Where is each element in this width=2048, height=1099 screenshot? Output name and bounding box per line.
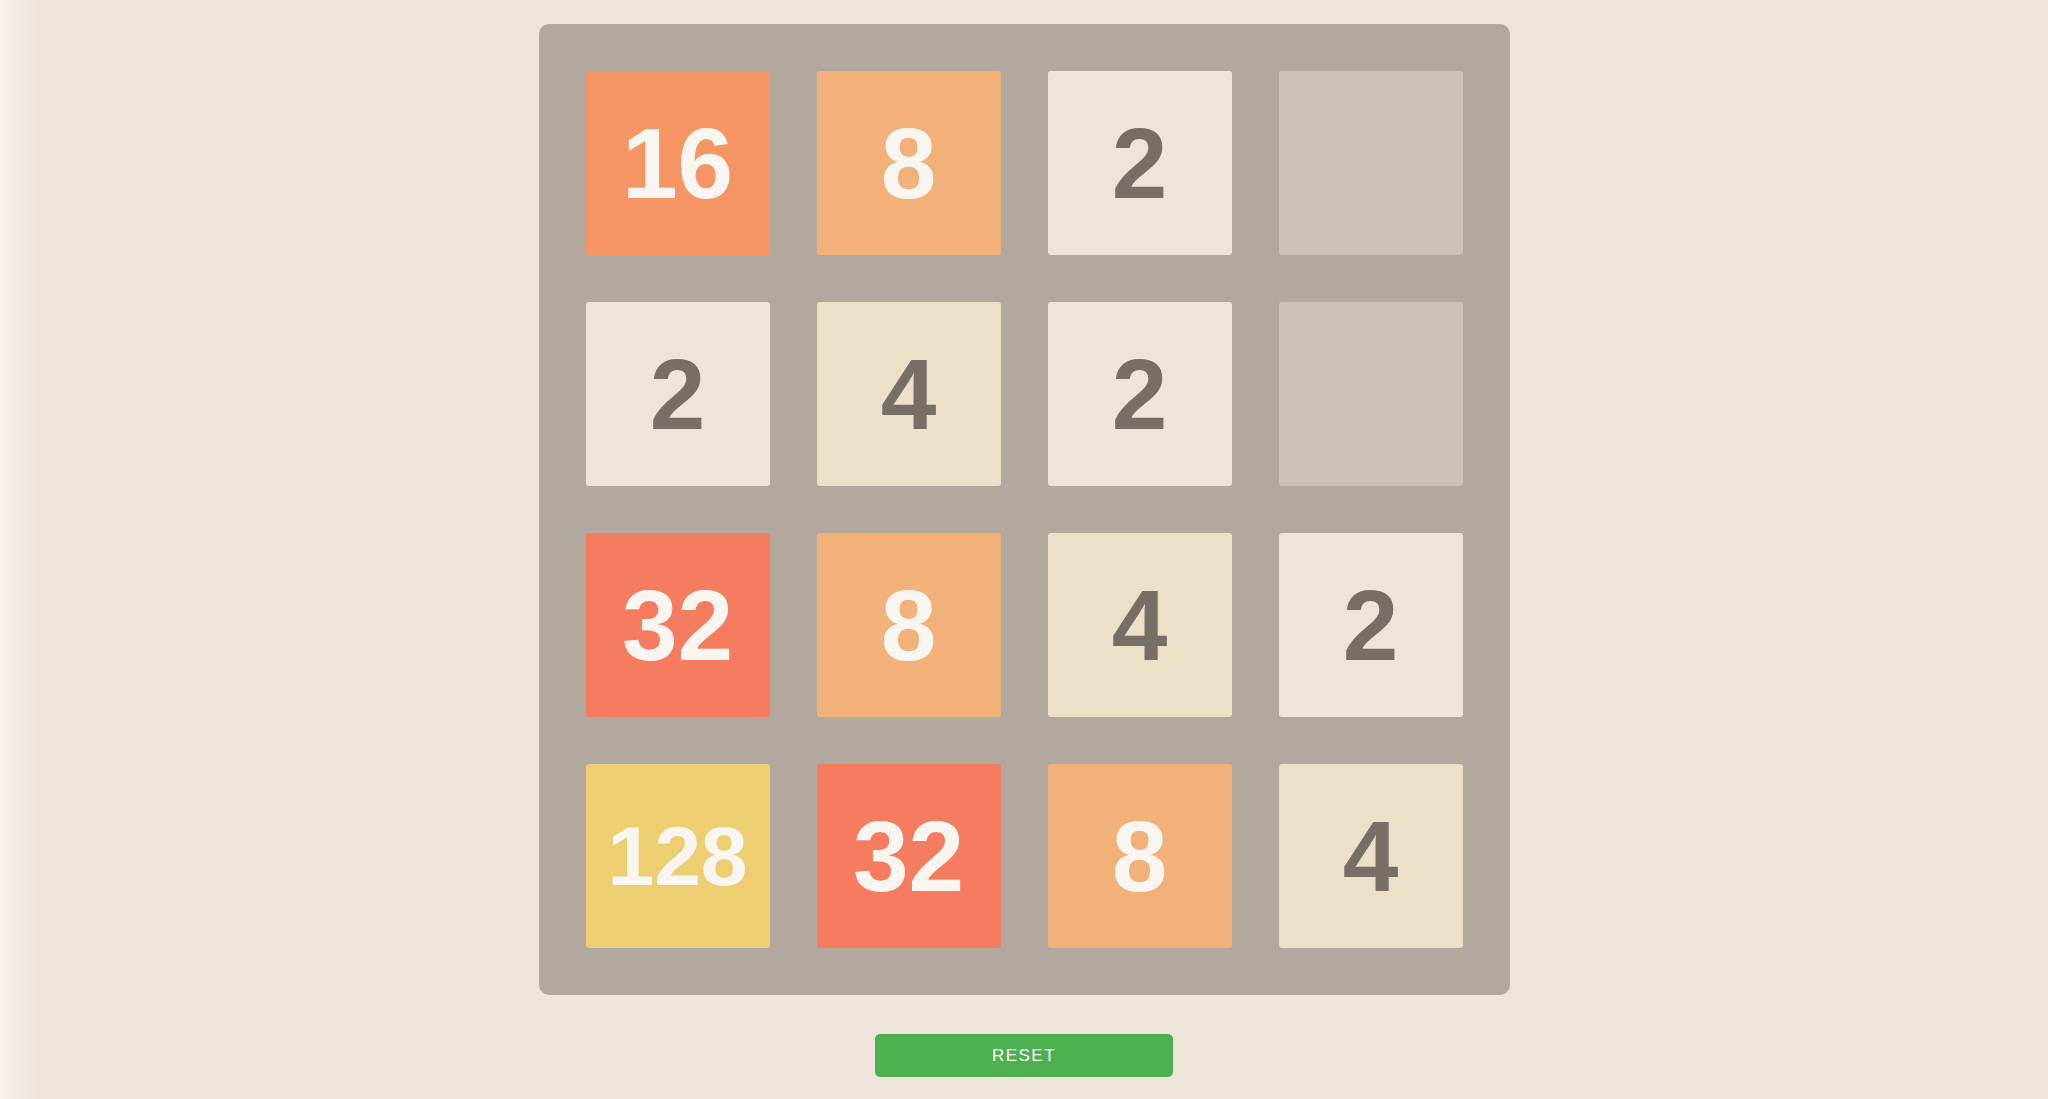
tile-32-r3c1: 32 bbox=[586, 533, 770, 717]
tile-8-r1c2: 8 bbox=[817, 71, 1001, 255]
tile-2-r3c4: 2 bbox=[1279, 533, 1463, 717]
tile-16-r1c1: 16 bbox=[586, 71, 770, 255]
tile-32-r4c2: 32 bbox=[817, 764, 1001, 948]
tile-128-r4c1: 128 bbox=[586, 764, 770, 948]
tile-2-r2c1: 2 bbox=[586, 302, 770, 486]
game-page: 1682242328421283284 RESET bbox=[0, 0, 2048, 1099]
tile-4-r3c3: 4 bbox=[1048, 533, 1232, 717]
empty-cell-r2c4 bbox=[1279, 302, 1463, 486]
empty-cell-r1c4 bbox=[1279, 71, 1463, 255]
tile-8-r3c2: 8 bbox=[817, 533, 1001, 717]
tile-4-r2c2: 4 bbox=[817, 302, 1001, 486]
tile-4-r4c4: 4 bbox=[1279, 764, 1463, 948]
tile-8-r4c3: 8 bbox=[1048, 764, 1232, 948]
2048-board[interactable]: 1682242328421283284 bbox=[539, 24, 1510, 995]
reset-button[interactable]: RESET bbox=[875, 1034, 1173, 1077]
tile-2-r2c3: 2 bbox=[1048, 302, 1232, 486]
tile-2-r1c3: 2 bbox=[1048, 71, 1232, 255]
